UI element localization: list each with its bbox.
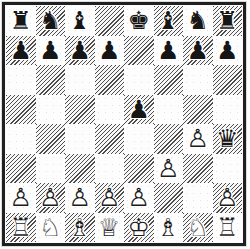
black-queen-icon[interactable]: ♛ xyxy=(214,125,241,152)
square-e8[interactable]: ♚ xyxy=(124,6,154,36)
white-piece-outline: ♘ xyxy=(184,214,211,241)
square-b4[interactable] xyxy=(36,124,66,154)
square-b8[interactable]: ♞ xyxy=(36,6,66,36)
square-f6[interactable] xyxy=(154,65,184,95)
white-pawn-icon[interactable]: ♟♙ xyxy=(155,155,182,182)
white-queen-icon[interactable]: ♛♕ xyxy=(96,214,123,241)
white-knight-icon[interactable]: ♞♘ xyxy=(37,214,64,241)
white-piece-outline: ♙ xyxy=(155,155,182,182)
square-e1[interactable]: ♚♔ xyxy=(124,213,154,243)
square-f2[interactable] xyxy=(154,183,184,213)
square-e7[interactable] xyxy=(124,36,154,66)
square-f8[interactable]: ♝ xyxy=(154,6,184,36)
square-c2[interactable]: ♟♙ xyxy=(65,183,95,213)
square-b3[interactable] xyxy=(36,154,66,184)
square-d2[interactable]: ♟♙ xyxy=(95,183,125,213)
square-h5[interactable] xyxy=(213,95,243,125)
square-f3[interactable]: ♟♙ xyxy=(154,154,184,184)
square-d6[interactable] xyxy=(95,65,125,95)
black-knight-icon[interactable]: ♞ xyxy=(37,7,64,34)
black-pawn-icon[interactable]: ♟ xyxy=(125,96,152,123)
white-pawn-icon[interactable]: ♟♙ xyxy=(96,184,123,211)
white-piece-outline: ♖ xyxy=(7,214,34,241)
square-c8[interactable]: ♝ xyxy=(65,6,95,36)
square-d3[interactable] xyxy=(95,154,125,184)
black-pawn-icon[interactable]: ♟ xyxy=(96,37,123,64)
white-pawn-icon[interactable]: ♟♙ xyxy=(125,184,152,211)
square-d1[interactable]: ♛♕ xyxy=(95,213,125,243)
square-a3[interactable] xyxy=(6,154,36,184)
black-king-icon[interactable]: ♚ xyxy=(125,7,152,34)
square-h1[interactable]: ♜♖ xyxy=(213,213,243,243)
square-c7[interactable]: ♟ xyxy=(65,36,95,66)
square-e6[interactable] xyxy=(124,65,154,95)
square-g3[interactable] xyxy=(183,154,213,184)
square-g4[interactable]: ♟♙ xyxy=(183,124,213,154)
white-rook-icon[interactable]: ♜♖ xyxy=(214,214,241,241)
square-c5[interactable] xyxy=(65,95,95,125)
white-pawn-icon[interactable]: ♟♙ xyxy=(7,184,34,211)
square-c6[interactable] xyxy=(65,65,95,95)
white-bishop-icon[interactable]: ♝♗ xyxy=(155,214,182,241)
square-a6[interactable] xyxy=(6,65,36,95)
square-b5[interactable] xyxy=(36,95,66,125)
white-piece-outline: ♕ xyxy=(96,214,123,241)
white-piece-outline: ♙ xyxy=(125,184,152,211)
white-rook-icon[interactable]: ♜♖ xyxy=(7,214,34,241)
black-pawn-icon[interactable]: ♟ xyxy=(66,37,93,64)
square-b2[interactable]: ♟♙ xyxy=(36,183,66,213)
square-a8[interactable]: ♜ xyxy=(6,6,36,36)
square-g7[interactable]: ♟ xyxy=(183,36,213,66)
white-piece-outline: ♙ xyxy=(96,184,123,211)
square-g8[interactable]: ♞ xyxy=(183,6,213,36)
square-e2[interactable]: ♟♙ xyxy=(124,183,154,213)
square-a1[interactable]: ♜♖ xyxy=(6,213,36,243)
white-bishop-icon[interactable]: ♝♗ xyxy=(66,214,93,241)
square-g2[interactable] xyxy=(183,183,213,213)
square-d7[interactable]: ♟ xyxy=(95,36,125,66)
square-h2[interactable]: ♟♙ xyxy=(213,183,243,213)
black-pawn-icon[interactable]: ♟ xyxy=(7,37,34,64)
square-g1[interactable]: ♞♘ xyxy=(183,213,213,243)
white-piece-outline: ♗ xyxy=(66,214,93,241)
white-piece-outline: ♗ xyxy=(155,214,182,241)
square-b6[interactable] xyxy=(36,65,66,95)
chess-board: ♜♞♝♚♝♞♜♟♟♟♟♟♟♟♟♟♙♛♟♙♟♙♟♙♟♙♟♙♟♙♟♙♜♖♞♘♝♗♛♕… xyxy=(6,6,242,242)
square-e5[interactable]: ♟ xyxy=(124,95,154,125)
square-d4[interactable] xyxy=(95,124,125,154)
square-f7[interactable]: ♟ xyxy=(154,36,184,66)
white-piece-outline: ♘ xyxy=(37,214,64,241)
square-h7[interactable]: ♟ xyxy=(213,36,243,66)
black-pawn-icon[interactable]: ♟ xyxy=(37,37,64,64)
white-pawn-icon[interactable]: ♟♙ xyxy=(37,184,64,211)
square-g5[interactable] xyxy=(183,95,213,125)
square-h8[interactable]: ♜ xyxy=(213,6,243,36)
square-c1[interactable]: ♝♗ xyxy=(65,213,95,243)
white-piece-outline: ♙ xyxy=(7,184,34,211)
white-pawn-icon[interactable]: ♟♙ xyxy=(184,125,211,152)
square-e3[interactable] xyxy=(124,154,154,184)
board-frame: ♜♞♝♚♝♞♜♟♟♟♟♟♟♟♟♟♙♛♟♙♟♙♟♙♟♙♟♙♟♙♟♙♜♖♞♘♝♗♛♕… xyxy=(2,2,246,246)
white-piece-outline: ♙ xyxy=(184,125,211,152)
white-king-icon[interactable]: ♚♔ xyxy=(125,214,152,241)
black-bishop-icon[interactable]: ♝ xyxy=(155,7,182,34)
square-g6[interactable] xyxy=(183,65,213,95)
white-piece-outline: ♙ xyxy=(214,184,241,211)
white-knight-icon[interactable]: ♞♘ xyxy=(184,214,211,241)
white-piece-outline: ♙ xyxy=(37,184,64,211)
black-pawn-icon[interactable]: ♟ xyxy=(184,37,211,64)
black-pawn-icon[interactable]: ♟ xyxy=(214,37,241,64)
black-pawn-icon[interactable]: ♟ xyxy=(155,37,182,64)
square-h4[interactable]: ♛ xyxy=(213,124,243,154)
square-b7[interactable]: ♟ xyxy=(36,36,66,66)
square-f5[interactable] xyxy=(154,95,184,125)
square-e4[interactable] xyxy=(124,124,154,154)
black-knight-icon[interactable]: ♞ xyxy=(184,7,211,34)
white-piece-outline: ♔ xyxy=(125,214,152,241)
square-a7[interactable]: ♟ xyxy=(6,36,36,66)
square-d5[interactable] xyxy=(95,95,125,125)
square-d8[interactable] xyxy=(95,6,125,36)
square-h3[interactable] xyxy=(213,154,243,184)
square-c3[interactable] xyxy=(65,154,95,184)
white-pawn-icon[interactable]: ♟♙ xyxy=(66,184,93,211)
square-h6[interactable] xyxy=(213,65,243,95)
square-b1[interactable]: ♞♘ xyxy=(36,213,66,243)
white-piece-outline: ♖ xyxy=(214,214,241,241)
white-piece-outline: ♙ xyxy=(66,184,93,211)
scanned-chess-diagram: ♜♞♝♚♝♞♜♟♟♟♟♟♟♟♟♟♙♛♟♙♟♙♟♙♟♙♟♙♟♙♟♙♜♖♞♘♝♗♛♕… xyxy=(0,0,250,249)
square-a4[interactable] xyxy=(6,124,36,154)
black-bishop-icon[interactable]: ♝ xyxy=(66,7,93,34)
square-a5[interactable] xyxy=(6,95,36,125)
square-a2[interactable]: ♟♙ xyxy=(6,183,36,213)
square-c4[interactable] xyxy=(65,124,95,154)
square-f4[interactable] xyxy=(154,124,184,154)
black-rook-icon[interactable]: ♜ xyxy=(7,7,34,34)
black-rook-icon[interactable]: ♜ xyxy=(214,7,241,34)
white-pawn-icon[interactable]: ♟♙ xyxy=(214,184,241,211)
square-f1[interactable]: ♝♗ xyxy=(154,213,184,243)
